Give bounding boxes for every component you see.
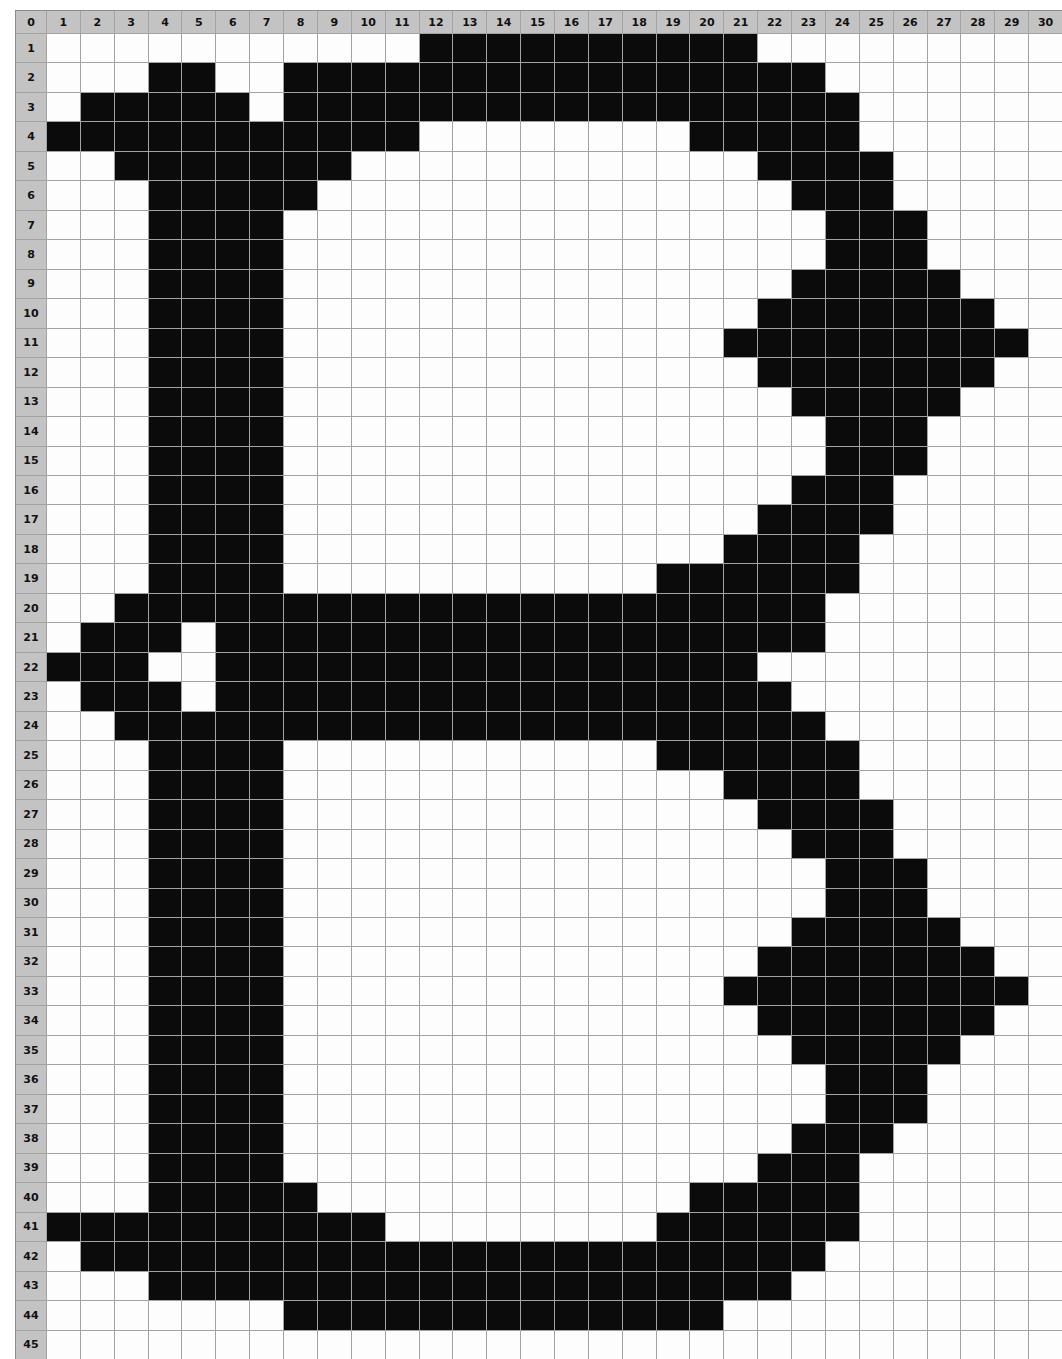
cell-r37-c10-empty xyxy=(352,1095,385,1123)
cell-r39-c22-filled xyxy=(758,1154,791,1182)
cell-r29-c24-filled xyxy=(826,859,859,887)
cell-r43-c20-filled xyxy=(690,1272,723,1300)
cell-r7-c14-empty xyxy=(487,211,520,239)
cell-r11-c27-filled xyxy=(928,329,961,357)
cell-r2-c6-empty xyxy=(216,63,249,91)
cell-r13-c18-empty xyxy=(623,388,656,416)
cell-r33-c11-empty xyxy=(386,977,419,1005)
cell-r37-c4-filled xyxy=(149,1095,182,1123)
cell-r31-c10-empty xyxy=(352,918,385,946)
cell-r43-c2-empty xyxy=(81,1272,114,1300)
cell-r1-c6-empty xyxy=(216,34,249,62)
cell-r38-c15-empty xyxy=(521,1124,554,1152)
cell-r34-c28-filled xyxy=(961,1006,994,1034)
cell-r36-c10-empty xyxy=(352,1065,385,1093)
cell-r34-c24-filled xyxy=(826,1006,859,1034)
cell-r3-c12-filled xyxy=(420,93,453,121)
cell-r32-c19-empty xyxy=(657,947,690,975)
cell-r10-c1-empty xyxy=(47,299,80,327)
cell-r21-c11-filled xyxy=(386,623,419,651)
cell-r1-c10-empty xyxy=(352,34,385,62)
cell-r1-c22-empty xyxy=(758,34,791,62)
cell-r26-c20-empty xyxy=(690,771,723,799)
cell-r39-c26-empty xyxy=(894,1154,927,1182)
cell-r13-c28-empty xyxy=(961,388,994,416)
cell-r41-c11-empty xyxy=(386,1213,419,1241)
cell-r10-c22-filled xyxy=(758,299,791,327)
column-header-11: 11 xyxy=(386,11,419,33)
cell-r26-c5-filled xyxy=(182,771,215,799)
cell-r2-c1-empty xyxy=(47,63,80,91)
cell-r14-c14-empty xyxy=(487,417,520,445)
cell-r15-c8-empty xyxy=(284,447,317,475)
cell-r16-c5-filled xyxy=(182,476,215,504)
cell-r19-c28-empty xyxy=(961,564,994,592)
cell-r4-c30-empty xyxy=(1029,122,1062,150)
cell-r15-c6-filled xyxy=(216,447,249,475)
cell-r40-c25-empty xyxy=(860,1183,893,1211)
cell-r5-c22-filled xyxy=(758,152,791,180)
cell-r3-c18-filled xyxy=(623,93,656,121)
cell-r24-c11-filled xyxy=(386,712,419,740)
cell-r18-c15-empty xyxy=(521,535,554,563)
cell-r29-c20-empty xyxy=(690,859,723,887)
row-header-28: 28 xyxy=(16,830,46,858)
cell-r34-c16-empty xyxy=(555,1006,588,1034)
cell-r41-c5-filled xyxy=(182,1213,215,1241)
row-header-14: 14 xyxy=(16,417,46,445)
cell-r15-c10-empty xyxy=(352,447,385,475)
cell-r45-c20-empty xyxy=(690,1331,723,1359)
cell-r31-c23-filled xyxy=(792,918,825,946)
cell-r8-c18-empty xyxy=(623,240,656,268)
row-header-23: 23 xyxy=(16,682,46,710)
cell-r3-c29-empty xyxy=(995,93,1028,121)
cell-r31-c20-empty xyxy=(690,918,723,946)
cell-r11-c19-empty xyxy=(657,329,690,357)
cell-r21-c3-filled xyxy=(115,623,148,651)
row-header-34: 34 xyxy=(16,1006,46,1034)
cell-r9-c15-empty xyxy=(521,270,554,298)
cell-r34-c7-filled xyxy=(250,1006,283,1034)
cell-r29-c5-filled xyxy=(182,859,215,887)
cell-r42-c17-filled xyxy=(589,1242,622,1270)
cell-r5-c29-empty xyxy=(995,152,1028,180)
cell-r36-c13-empty xyxy=(453,1065,486,1093)
cell-r35-c29-empty xyxy=(995,1036,1028,1064)
cell-r2-c9-filled xyxy=(318,63,351,91)
cell-r43-c19-filled xyxy=(657,1272,690,1300)
cell-r42-c2-filled xyxy=(81,1242,114,1270)
cell-r13-c4-filled xyxy=(149,388,182,416)
cell-r24-c19-filled xyxy=(657,712,690,740)
cell-r17-c11-empty xyxy=(386,505,419,533)
cell-r21-c26-empty xyxy=(894,623,927,651)
cell-r40-c4-filled xyxy=(149,1183,182,1211)
cell-r32-c16-empty xyxy=(555,947,588,975)
cell-r38-c11-empty xyxy=(386,1124,419,1152)
cell-r36-c27-empty xyxy=(928,1065,961,1093)
cell-r13-c1-empty xyxy=(47,388,80,416)
cell-r14-c18-empty xyxy=(623,417,656,445)
cell-r20-c17-filled xyxy=(589,594,622,622)
cell-r19-c29-empty xyxy=(995,564,1028,592)
cell-r43-c13-filled xyxy=(453,1272,486,1300)
cell-r25-c4-filled xyxy=(149,741,182,769)
cell-r14-c1-empty xyxy=(47,417,80,445)
cell-r22-c24-empty xyxy=(826,653,859,681)
column-header-10: 10 xyxy=(352,11,385,33)
cell-r5-c2-empty xyxy=(81,152,114,180)
cell-r24-c2-empty xyxy=(81,712,114,740)
cell-r23-c21-filled xyxy=(724,682,757,710)
cell-r34-c19-empty xyxy=(657,1006,690,1034)
cell-r18-c18-empty xyxy=(623,535,656,563)
cell-r3-c30-empty xyxy=(1029,93,1062,121)
cell-r10-c14-empty xyxy=(487,299,520,327)
cell-r25-c7-filled xyxy=(250,741,283,769)
cell-r23-c3-filled xyxy=(115,682,148,710)
cell-r31-c29-empty xyxy=(995,918,1028,946)
cell-r36-c9-empty xyxy=(318,1065,351,1093)
cell-r4-c13-empty xyxy=(453,122,486,150)
cell-r4-c7-filled xyxy=(250,122,283,150)
cell-r31-c3-empty xyxy=(115,918,148,946)
cell-r15-c27-empty xyxy=(928,447,961,475)
cell-r7-c25-filled xyxy=(860,211,893,239)
cell-r12-c29-empty xyxy=(995,358,1028,386)
cell-r16-c15-empty xyxy=(521,476,554,504)
cell-r19-c22-filled xyxy=(758,564,791,592)
cell-r29-c10-empty xyxy=(352,859,385,887)
cell-r32-c3-empty xyxy=(115,947,148,975)
cell-r6-c9-empty xyxy=(318,181,351,209)
cell-r33-c27-filled xyxy=(928,977,961,1005)
cell-r28-c16-empty xyxy=(555,830,588,858)
cell-r14-c11-empty xyxy=(386,417,419,445)
cell-r15-c13-empty xyxy=(453,447,486,475)
cell-r24-c20-filled xyxy=(690,712,723,740)
cell-r13-c10-empty xyxy=(352,388,385,416)
cell-r32-c12-empty xyxy=(420,947,453,975)
cell-r22-c30-empty xyxy=(1029,653,1062,681)
cell-r18-c26-empty xyxy=(894,535,927,563)
cell-r30-c13-empty xyxy=(453,889,486,917)
cell-r16-c24-filled xyxy=(826,476,859,504)
cell-r32-c24-filled xyxy=(826,947,859,975)
cell-r24-c10-filled xyxy=(352,712,385,740)
cell-r35-c9-empty xyxy=(318,1036,351,1064)
row-header-39: 39 xyxy=(16,1154,46,1182)
cell-r30-c10-empty xyxy=(352,889,385,917)
cell-r5-c3-filled xyxy=(115,152,148,180)
cell-r40-c20-filled xyxy=(690,1183,723,1211)
cell-r12-c24-filled xyxy=(826,358,859,386)
cell-r3-c6-filled xyxy=(216,93,249,121)
cell-r33-c21-filled xyxy=(724,977,757,1005)
cell-r39-c30-empty xyxy=(1029,1154,1062,1182)
cell-r19-c5-filled xyxy=(182,564,215,592)
cell-r32-c8-empty xyxy=(284,947,317,975)
cell-r30-c19-empty xyxy=(657,889,690,917)
cell-r41-c6-filled xyxy=(216,1213,249,1241)
column-header-27: 27 xyxy=(928,11,961,33)
cell-r44-c4-empty xyxy=(149,1301,182,1329)
cell-r41-c13-empty xyxy=(453,1213,486,1241)
cell-r3-c13-filled xyxy=(453,93,486,121)
cell-r3-c16-filled xyxy=(555,93,588,121)
cell-r3-c26-empty xyxy=(894,93,927,121)
cell-r10-c27-filled xyxy=(928,299,961,327)
cell-r24-c3-filled xyxy=(115,712,148,740)
cell-r28-c2-empty xyxy=(81,830,114,858)
cell-r22-c21-filled xyxy=(724,653,757,681)
cell-r36-c6-filled xyxy=(216,1065,249,1093)
cell-r17-c4-filled xyxy=(149,505,182,533)
column-header-3: 3 xyxy=(115,11,148,33)
cell-r28-c9-empty xyxy=(318,830,351,858)
cell-r32-c21-empty xyxy=(724,947,757,975)
cell-r33-c13-empty xyxy=(453,977,486,1005)
cell-r38-c1-empty xyxy=(47,1124,80,1152)
cell-r44-c18-filled xyxy=(623,1301,656,1329)
cell-r24-c15-filled xyxy=(521,712,554,740)
cell-r28-c24-filled xyxy=(826,830,859,858)
cell-r35-c1-empty xyxy=(47,1036,80,1064)
cell-r32-c2-empty xyxy=(81,947,114,975)
cell-r3-c17-filled xyxy=(589,93,622,121)
cell-r36-c17-empty xyxy=(589,1065,622,1093)
cell-r1-c29-empty xyxy=(995,34,1028,62)
cell-r24-c26-empty xyxy=(894,712,927,740)
cell-r34-c12-empty xyxy=(420,1006,453,1034)
cell-r19-c16-empty xyxy=(555,564,588,592)
cell-r41-c30-empty xyxy=(1029,1213,1062,1241)
cell-r13-c19-empty xyxy=(657,388,690,416)
cell-r1-c5-empty xyxy=(182,34,215,62)
cell-r9-c19-empty xyxy=(657,270,690,298)
cell-r36-c7-filled xyxy=(250,1065,283,1093)
cell-r43-c27-empty xyxy=(928,1272,961,1300)
cell-r27-c8-empty xyxy=(284,800,317,828)
cell-r13-c29-empty xyxy=(995,388,1028,416)
cell-r10-c18-empty xyxy=(623,299,656,327)
cell-r27-c14-empty xyxy=(487,800,520,828)
cell-r23-c12-filled xyxy=(420,682,453,710)
cell-r6-c11-empty xyxy=(386,181,419,209)
cell-r5-c28-empty xyxy=(961,152,994,180)
cell-r28-c12-empty xyxy=(420,830,453,858)
cell-r20-c22-filled xyxy=(758,594,791,622)
cell-r11-c26-filled xyxy=(894,329,927,357)
cell-r1-c2-empty xyxy=(81,34,114,62)
cell-r31-c21-empty xyxy=(724,918,757,946)
cell-r45-c8-empty xyxy=(284,1331,317,1359)
cell-r20-c25-empty xyxy=(860,594,893,622)
cell-r25-c17-empty xyxy=(589,741,622,769)
cell-r11-c4-filled xyxy=(149,329,182,357)
cell-r10-c8-empty xyxy=(284,299,317,327)
cell-r21-c10-filled xyxy=(352,623,385,651)
cell-r25-c1-empty xyxy=(47,741,80,769)
cell-r40-c13-empty xyxy=(453,1183,486,1211)
cell-r25-c22-filled xyxy=(758,741,791,769)
cell-r5-c19-empty xyxy=(657,152,690,180)
cell-r26-c9-empty xyxy=(318,771,351,799)
cell-r43-c22-filled xyxy=(758,1272,791,1300)
cell-r4-c11-filled xyxy=(386,122,419,150)
cell-r21-c25-empty xyxy=(860,623,893,651)
column-header-21: 21 xyxy=(724,11,757,33)
cell-r13-c11-empty xyxy=(386,388,419,416)
cell-r15-c24-filled xyxy=(826,447,859,475)
cell-r4-c26-empty xyxy=(894,122,927,150)
cell-r43-c5-filled xyxy=(182,1272,215,1300)
cell-r11-c16-empty xyxy=(555,329,588,357)
cell-r26-c28-empty xyxy=(961,771,994,799)
cell-r1-c23-empty xyxy=(792,34,825,62)
cell-r8-c20-empty xyxy=(690,240,723,268)
row-header-12: 12 xyxy=(16,358,46,386)
cell-r35-c3-empty xyxy=(115,1036,148,1064)
cell-r14-c30-empty xyxy=(1029,417,1062,445)
cell-r4-c27-empty xyxy=(928,122,961,150)
cell-r28-c1-empty xyxy=(47,830,80,858)
cell-r15-c7-filled xyxy=(250,447,283,475)
cell-r45-c21-empty xyxy=(724,1331,757,1359)
cell-r6-c10-empty xyxy=(352,181,385,209)
cell-r9-c8-empty xyxy=(284,270,317,298)
cell-r33-c25-filled xyxy=(860,977,893,1005)
cell-r9-c4-filled xyxy=(149,270,182,298)
cell-r45-c13-empty xyxy=(453,1331,486,1359)
cell-r37-c22-empty xyxy=(758,1095,791,1123)
cell-r12-c28-filled xyxy=(961,358,994,386)
cell-r13-c20-empty xyxy=(690,388,723,416)
cell-r12-c5-filled xyxy=(182,358,215,386)
cell-r16-c22-empty xyxy=(758,476,791,504)
cell-r16-c30-empty xyxy=(1029,476,1062,504)
cell-r15-c2-empty xyxy=(81,447,114,475)
cell-r10-c17-empty xyxy=(589,299,622,327)
cell-r37-c14-empty xyxy=(487,1095,520,1123)
cell-r1-c1-empty xyxy=(47,34,80,62)
row-header-26: 26 xyxy=(16,771,46,799)
cell-r8-c28-empty xyxy=(961,240,994,268)
cell-r45-c6-empty xyxy=(216,1331,249,1359)
cell-r30-c20-empty xyxy=(690,889,723,917)
cell-r7-c27-empty xyxy=(928,211,961,239)
cell-r4-c2-filled xyxy=(81,122,114,150)
cell-r3-c25-empty xyxy=(860,93,893,121)
cell-r26-c15-empty xyxy=(521,771,554,799)
row-header-21: 21 xyxy=(16,623,46,651)
cell-r11-c6-filled xyxy=(216,329,249,357)
cell-r21-c16-filled xyxy=(555,623,588,651)
cell-r35-c8-empty xyxy=(284,1036,317,1064)
cell-r39-c17-empty xyxy=(589,1154,622,1182)
cell-r33-c15-empty xyxy=(521,977,554,1005)
cell-r28-c11-empty xyxy=(386,830,419,858)
cell-r22-c20-filled xyxy=(690,653,723,681)
cell-r24-c1-empty xyxy=(47,712,80,740)
cell-r8-c23-empty xyxy=(792,240,825,268)
cell-r15-c28-empty xyxy=(961,447,994,475)
cell-r35-c23-filled xyxy=(792,1036,825,1064)
cell-r39-c9-empty xyxy=(318,1154,351,1182)
cell-r11-c7-filled xyxy=(250,329,283,357)
column-header-29: 29 xyxy=(995,11,1028,33)
cell-r12-c18-empty xyxy=(623,358,656,386)
cell-r27-c1-empty xyxy=(47,800,80,828)
cell-r35-c6-filled xyxy=(216,1036,249,1064)
cell-r10-c3-empty xyxy=(115,299,148,327)
cell-r31-c13-empty xyxy=(453,918,486,946)
cell-r40-c27-empty xyxy=(928,1183,961,1211)
cell-r27-c18-empty xyxy=(623,800,656,828)
cell-r1-c13-filled xyxy=(453,34,486,62)
cell-r31-c12-empty xyxy=(420,918,453,946)
cell-r1-c28-empty xyxy=(961,34,994,62)
cell-r34-c30-empty xyxy=(1029,1006,1062,1034)
cell-r2-c29-empty xyxy=(995,63,1028,91)
cell-r37-c28-empty xyxy=(961,1095,994,1123)
cell-r4-c28-empty xyxy=(961,122,994,150)
cell-r36-c30-empty xyxy=(1029,1065,1062,1093)
cell-r38-c20-empty xyxy=(690,1124,723,1152)
cell-r27-c26-empty xyxy=(894,800,927,828)
cell-r37-c1-empty xyxy=(47,1095,80,1123)
cell-r16-c13-empty xyxy=(453,476,486,504)
cell-r14-c29-empty xyxy=(995,417,1028,445)
cell-r29-c7-filled xyxy=(250,859,283,887)
cell-r23-c5-empty xyxy=(182,682,215,710)
cell-r36-c28-empty xyxy=(961,1065,994,1093)
cell-r37-c5-filled xyxy=(182,1095,215,1123)
cell-r11-c17-empty xyxy=(589,329,622,357)
cell-r40-c18-empty xyxy=(623,1183,656,1211)
cell-r34-c17-empty xyxy=(589,1006,622,1034)
cell-r29-c12-empty xyxy=(420,859,453,887)
cell-r4-c16-empty xyxy=(555,122,588,150)
cell-r38-c10-empty xyxy=(352,1124,385,1152)
cell-r35-c30-empty xyxy=(1029,1036,1062,1064)
cell-r29-c18-empty xyxy=(623,859,656,887)
cell-r45-c15-empty xyxy=(521,1331,554,1359)
cell-r5-c9-filled xyxy=(318,152,351,180)
cell-r42-c7-filled xyxy=(250,1242,283,1270)
cell-r28-c4-filled xyxy=(149,830,182,858)
cell-r29-c4-filled xyxy=(149,859,182,887)
cell-r9-c20-empty xyxy=(690,270,723,298)
cell-r7-c19-empty xyxy=(657,211,690,239)
column-header-23: 23 xyxy=(792,11,825,33)
cell-r21-c15-filled xyxy=(521,623,554,651)
cell-r37-c23-empty xyxy=(792,1095,825,1123)
cell-r17-c14-empty xyxy=(487,505,520,533)
cell-r2-c10-filled xyxy=(352,63,385,91)
cell-r14-c8-empty xyxy=(284,417,317,445)
cell-r4-c22-filled xyxy=(758,122,791,150)
cell-r12-c25-filled xyxy=(860,358,893,386)
cell-r7-c30-empty xyxy=(1029,211,1062,239)
cell-r18-c8-empty xyxy=(284,535,317,563)
cell-r30-c12-empty xyxy=(420,889,453,917)
cell-r12-c22-filled xyxy=(758,358,791,386)
cell-r16-c18-empty xyxy=(623,476,656,504)
cell-r7-c24-filled xyxy=(826,211,859,239)
cell-r43-c10-filled xyxy=(352,1272,385,1300)
